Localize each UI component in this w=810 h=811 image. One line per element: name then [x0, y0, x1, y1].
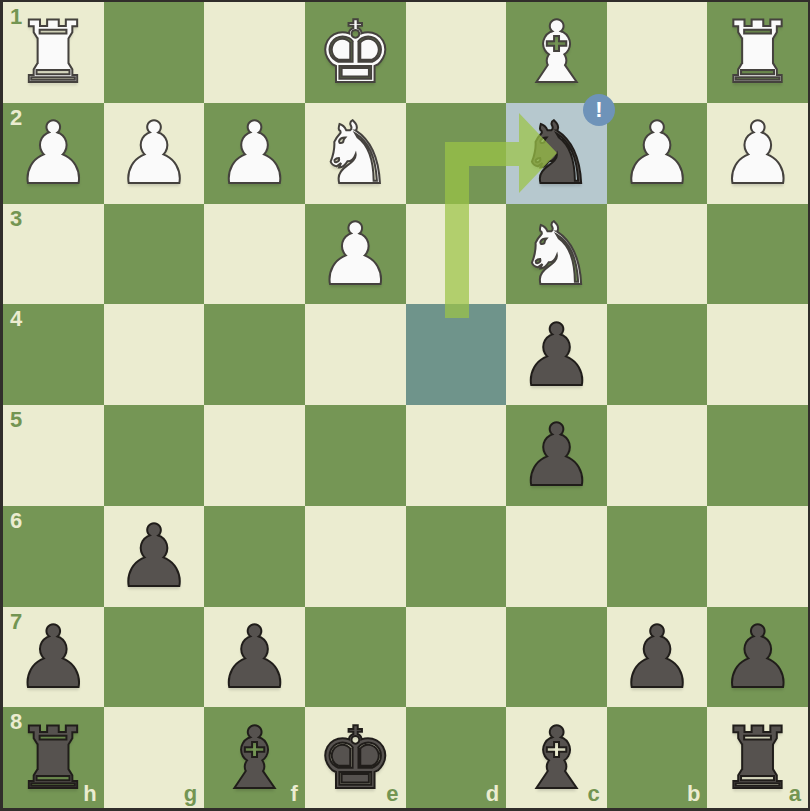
square-f3[interactable] — [204, 204, 305, 305]
square-h6[interactable]: 6 — [3, 506, 104, 607]
square-g1[interactable] — [104, 2, 205, 103]
square-c8[interactable]: c♝ — [506, 707, 607, 808]
white-king[interactable]: ♚ — [317, 9, 394, 95]
square-c3[interactable]: ♞ — [506, 204, 607, 305]
rank-label-6: 6 — [10, 510, 22, 532]
square-c4[interactable]: ♟ — [506, 304, 607, 405]
square-a5[interactable] — [707, 405, 808, 506]
square-g4[interactable] — [104, 304, 205, 405]
square-b3[interactable] — [607, 204, 708, 305]
square-d1[interactable] — [406, 2, 507, 103]
white-pawn[interactable]: ♟ — [719, 110, 796, 196]
chess-board: 1♜♚♝♜2♟♟♟♞♞♟♟3♟♞4♟5♟6♟7♟♟♟♟8h♜gf♝e♚dc♝ba… — [0, 0, 810, 811]
square-e8[interactable]: e♚ — [305, 707, 406, 808]
file-label-g: g — [184, 783, 197, 805]
rank-label-3: 3 — [10, 208, 22, 230]
square-b2[interactable]: ♟ — [607, 103, 708, 204]
square-b8[interactable]: b — [607, 707, 708, 808]
white-pawn[interactable]: ♟ — [216, 110, 293, 196]
square-d8[interactable]: d — [406, 707, 507, 808]
white-pawn[interactable]: ♟ — [15, 110, 92, 196]
white-bishop[interactable]: ♝ — [518, 9, 595, 95]
square-h4[interactable]: 4 — [3, 304, 104, 405]
square-f4[interactable] — [204, 304, 305, 405]
square-g8[interactable]: g — [104, 707, 205, 808]
square-b5[interactable] — [607, 405, 708, 506]
square-h7[interactable]: 7♟ — [3, 607, 104, 708]
square-c7[interactable] — [506, 607, 607, 708]
file-label-c: c — [588, 783, 600, 805]
file-label-h: h — [83, 783, 96, 805]
white-knight[interactable]: ♞ — [317, 110, 394, 196]
square-d6[interactable] — [406, 506, 507, 607]
square-a8[interactable]: a♜ — [707, 707, 808, 808]
white-pawn[interactable]: ♟ — [115, 110, 192, 196]
white-pawn[interactable]: ♟ — [317, 211, 394, 297]
square-b7[interactable]: ♟ — [607, 607, 708, 708]
black-pawn[interactable]: ♟ — [518, 312, 595, 398]
square-h8[interactable]: 8h♜ — [3, 707, 104, 808]
square-g6[interactable]: ♟ — [104, 506, 205, 607]
square-a1[interactable]: ♜ — [707, 2, 808, 103]
square-c1[interactable]: ♝ — [506, 2, 607, 103]
square-g3[interactable] — [104, 204, 205, 305]
black-king[interactable]: ♚ — [317, 715, 394, 801]
square-b6[interactable] — [607, 506, 708, 607]
square-f6[interactable] — [204, 506, 305, 607]
square-e5[interactable] — [305, 405, 406, 506]
square-e4[interactable] — [305, 304, 406, 405]
file-label-d: d — [486, 783, 499, 805]
black-bishop[interactable]: ♝ — [518, 715, 595, 801]
square-a4[interactable] — [707, 304, 808, 405]
square-c6[interactable] — [506, 506, 607, 607]
black-pawn[interactable]: ♟ — [619, 614, 696, 700]
square-g7[interactable] — [104, 607, 205, 708]
black-knight[interactable]: ♞ — [518, 110, 595, 196]
square-h2[interactable]: 2♟ — [3, 103, 104, 204]
square-e7[interactable] — [305, 607, 406, 708]
square-c5[interactable]: ♟ — [506, 405, 607, 506]
rank-label-4: 4 — [10, 308, 22, 330]
square-d3[interactable] — [406, 204, 507, 305]
file-label-a: a — [789, 783, 801, 805]
square-d5[interactable] — [406, 405, 507, 506]
black-pawn[interactable]: ♟ — [719, 614, 796, 700]
square-b1[interactable] — [607, 2, 708, 103]
square-c2[interactable]: ♞ — [506, 103, 607, 204]
square-e1[interactable]: ♚ — [305, 2, 406, 103]
board-grid: 1♜♚♝♜2♟♟♟♞♞♟♟3♟♞4♟5♟6♟7♟♟♟♟8h♜gf♝e♚dc♝ba… — [3, 2, 808, 808]
white-knight[interactable]: ♞ — [518, 211, 595, 297]
file-label-b: b — [687, 783, 700, 805]
black-pawn[interactable]: ♟ — [15, 614, 92, 700]
square-h5[interactable]: 5 — [3, 405, 104, 506]
black-pawn[interactable]: ♟ — [115, 513, 192, 599]
file-label-f: f — [291, 783, 298, 805]
square-e3[interactable]: ♟ — [305, 204, 406, 305]
square-e6[interactable] — [305, 506, 406, 607]
black-rook[interactable]: ♜ — [15, 715, 92, 801]
rank-label-7: 7 — [10, 611, 22, 633]
rank-label-2: 2 — [10, 107, 22, 129]
black-bishop[interactable]: ♝ — [216, 715, 293, 801]
square-d4[interactable] — [406, 304, 507, 405]
square-a6[interactable] — [707, 506, 808, 607]
square-a7[interactable]: ♟ — [707, 607, 808, 708]
rank-label-5: 5 — [10, 409, 22, 431]
square-a3[interactable] — [707, 204, 808, 305]
square-b4[interactable] — [607, 304, 708, 405]
square-e2[interactable]: ♞ — [305, 103, 406, 204]
black-pawn[interactable]: ♟ — [518, 412, 595, 498]
square-f8[interactable]: f♝ — [204, 707, 305, 808]
black-pawn[interactable]: ♟ — [216, 614, 293, 700]
rank-label-1: 1 — [10, 6, 22, 28]
square-h1[interactable]: 1♜ — [3, 2, 104, 103]
square-g2[interactable]: ♟ — [104, 103, 205, 204]
black-rook[interactable]: ♜ — [719, 715, 796, 801]
white-pawn[interactable]: ♟ — [619, 110, 696, 196]
square-f2[interactable]: ♟ — [204, 103, 305, 204]
square-a2[interactable]: ♟ — [707, 103, 808, 204]
white-rook[interactable]: ♜ — [719, 9, 796, 95]
rank-label-8: 8 — [10, 711, 22, 733]
file-label-e: e — [386, 783, 398, 805]
square-d2[interactable] — [406, 103, 507, 204]
square-f1[interactable] — [204, 2, 305, 103]
square-f7[interactable]: ♟ — [204, 607, 305, 708]
square-g5[interactable] — [104, 405, 205, 506]
square-h3[interactable]: 3 — [3, 204, 104, 305]
square-f5[interactable] — [204, 405, 305, 506]
white-rook[interactable]: ♜ — [15, 9, 92, 95]
square-d7[interactable] — [406, 607, 507, 708]
